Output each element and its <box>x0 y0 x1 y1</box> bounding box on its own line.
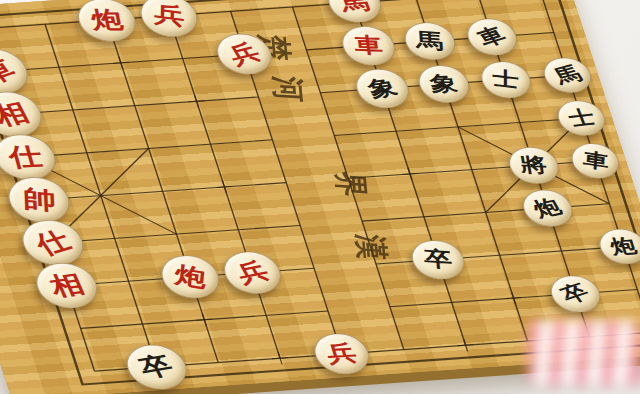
piece-glyph: 士 <box>566 107 598 129</box>
piece-glyph: 兵 <box>225 40 265 68</box>
piece-glyph: 象 <box>364 76 400 101</box>
river-char-3: 界 <box>326 171 375 199</box>
piece-glyph: 炮 <box>530 196 565 220</box>
piece-glyph: 兵 <box>153 3 184 29</box>
piece-glyph: 卒 <box>557 281 593 307</box>
piece-glyph: 仕 <box>30 227 75 258</box>
piece-glyph: 卒 <box>423 248 453 271</box>
piece-glyph: 炮 <box>174 263 207 291</box>
piece-glyph: 兵 <box>324 342 359 366</box>
piece-glyph: 車 <box>474 24 510 49</box>
river-char-2: 河 <box>263 74 312 102</box>
piece-glyph: 車 <box>0 55 20 87</box>
piece-glyph: 相 <box>0 100 32 129</box>
piece-glyph: 仕 <box>6 144 45 170</box>
piece-glyph: 將 <box>519 155 548 175</box>
piece-glyph: 帥 <box>22 186 56 213</box>
piece-glyph: 相 <box>46 271 88 299</box>
piece-glyph: 馬 <box>337 0 372 14</box>
piece-glyph: 炮 <box>608 236 639 257</box>
piece-glyph: 馬 <box>551 63 585 87</box>
piece-glyph: 馬 <box>416 30 445 52</box>
river-char-4: 漢 <box>346 233 395 261</box>
piece-glyph: 象 <box>428 74 459 95</box>
photo-background: 楚河界漢 車相仕帥仕相炮兵兵馬車炮兵兵馬車象象士馬士將車炮炮卒卒卒 <box>0 0 640 394</box>
piece-glyph: 士 <box>493 68 519 90</box>
piece-glyph: 車 <box>582 150 609 173</box>
piece-glyph: 兵 <box>232 259 272 287</box>
watermark-blur <box>528 320 640 386</box>
piece-glyph: 卒 <box>136 353 177 381</box>
piece-glyph: 炮 <box>89 8 125 31</box>
piece-glyph: 車 <box>353 35 384 57</box>
